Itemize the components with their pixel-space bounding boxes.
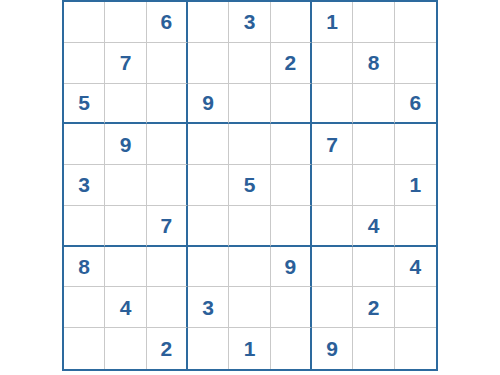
cell-r1c8[interactable] [353,2,394,43]
cell-r3c7[interactable] [312,84,353,125]
cell-r3c5[interactable] [229,84,270,125]
cell-r1c3[interactable]: 6 [147,2,188,43]
cell-r2c5[interactable] [229,43,270,84]
cell-r6c6[interactable] [271,206,312,247]
given-digit: 7 [326,134,338,155]
cell-r5c4[interactable] [188,165,229,206]
given-digit: 5 [244,174,256,195]
given-digit: 1 [326,11,338,32]
cell-r6c4[interactable] [188,206,229,247]
given-digit: 7 [120,52,132,73]
page: 6317285969735174894432219 [0,0,500,375]
cell-r2c8[interactable]: 8 [353,43,394,84]
given-digit: 1 [244,338,256,359]
cell-r4c6[interactable] [271,124,312,165]
cell-r4c1[interactable] [64,124,105,165]
cell-r1c7[interactable]: 1 [312,2,353,43]
cell-r6c9[interactable] [395,206,436,247]
given-digit: 9 [120,134,132,155]
cell-r9c4[interactable] [188,328,229,369]
given-digit: 2 [284,52,296,73]
given-digit: 3 [78,174,90,195]
given-digit: 9 [202,92,214,113]
cell-r8c6[interactable] [271,287,312,328]
cell-r7c9[interactable]: 4 [395,247,436,288]
cell-r4c5[interactable] [229,124,270,165]
cell-r1c2[interactable] [105,2,146,43]
sudoku-board: 6317285969735174894432219 [62,0,438,371]
cell-r8c2[interactable]: 4 [105,287,146,328]
cell-r1c4[interactable] [188,2,229,43]
cell-r5c3[interactable] [147,165,188,206]
cell-r2c6[interactable]: 2 [271,43,312,84]
cell-r5c2[interactable] [105,165,146,206]
given-digit: 4 [409,256,421,277]
cell-r8c7[interactable] [312,287,353,328]
cell-r3c8[interactable] [353,84,394,125]
cell-r9c2[interactable] [105,328,146,369]
cell-r6c7[interactable] [312,206,353,247]
cell-r2c2[interactable]: 7 [105,43,146,84]
given-digit: 9 [284,256,296,277]
cell-r1c6[interactable] [271,2,312,43]
cell-r9c9[interactable] [395,328,436,369]
cell-r4c3[interactable] [147,124,188,165]
cell-r7c5[interactable] [229,247,270,288]
cell-r2c1[interactable] [64,43,105,84]
given-digit: 8 [368,52,380,73]
given-digit: 6 [409,92,421,113]
cell-r4c7[interactable]: 7 [312,124,353,165]
cell-r7c3[interactable] [147,247,188,288]
cell-r6c3[interactable]: 7 [147,206,188,247]
cell-r5c8[interactable] [353,165,394,206]
cell-r9c5[interactable]: 1 [229,328,270,369]
cell-r8c3[interactable] [147,287,188,328]
cell-r3c6[interactable] [271,84,312,125]
cell-r1c1[interactable] [64,2,105,43]
cell-r8c1[interactable] [64,287,105,328]
cell-r9c3[interactable]: 2 [147,328,188,369]
given-digit: 1 [409,174,421,195]
cell-r1c5[interactable]: 3 [229,2,270,43]
given-digit: 2 [160,338,172,359]
cell-r7c4[interactable] [188,247,229,288]
given-digit: 4 [120,297,132,318]
cell-r3c2[interactable] [105,84,146,125]
cell-r5c1[interactable]: 3 [64,165,105,206]
cell-r4c8[interactable] [353,124,394,165]
cell-r7c7[interactable] [312,247,353,288]
cell-r7c6[interactable]: 9 [271,247,312,288]
cell-r4c9[interactable] [395,124,436,165]
cell-r9c7[interactable]: 9 [312,328,353,369]
given-digit: 8 [78,256,90,277]
cell-r4c4[interactable] [188,124,229,165]
given-digit: 4 [368,215,380,236]
given-digit: 5 [78,92,90,113]
cell-r8c5[interactable] [229,287,270,328]
given-digit: 6 [160,11,172,32]
cell-r7c8[interactable] [353,247,394,288]
cell-r5c9[interactable]: 1 [395,165,436,206]
cell-r9c1[interactable] [64,328,105,369]
cell-r8c4[interactable]: 3 [188,287,229,328]
cell-r7c1[interactable]: 8 [64,247,105,288]
given-digit: 3 [244,11,256,32]
cell-r9c6[interactable] [271,328,312,369]
given-digit: 9 [326,338,338,359]
cell-r3c4[interactable]: 9 [188,84,229,125]
cell-r1c9[interactable] [395,2,436,43]
cell-r5c7[interactable] [312,165,353,206]
cell-r3c1[interactable]: 5 [64,84,105,125]
cell-r2c3[interactable] [147,43,188,84]
cell-r6c2[interactable] [105,206,146,247]
cell-r2c9[interactable] [395,43,436,84]
cell-r8c8[interactable]: 2 [353,287,394,328]
cell-r6c8[interactable]: 4 [353,206,394,247]
cell-r9c8[interactable] [353,328,394,369]
cell-r2c4[interactable] [188,43,229,84]
cell-r2c7[interactable] [312,43,353,84]
cell-r8c9[interactable] [395,287,436,328]
cell-r6c5[interactable] [229,206,270,247]
cell-r3c9[interactable]: 6 [395,84,436,125]
given-digit: 2 [368,297,380,318]
cell-r4c2[interactable]: 9 [105,124,146,165]
cell-r5c5[interactable]: 5 [229,165,270,206]
cell-r5c6[interactable] [271,165,312,206]
cell-r3c3[interactable] [147,84,188,125]
cell-r6c1[interactable] [64,206,105,247]
given-digit: 7 [160,215,172,236]
given-digit: 3 [202,297,214,318]
cell-r7c2[interactable] [105,247,146,288]
